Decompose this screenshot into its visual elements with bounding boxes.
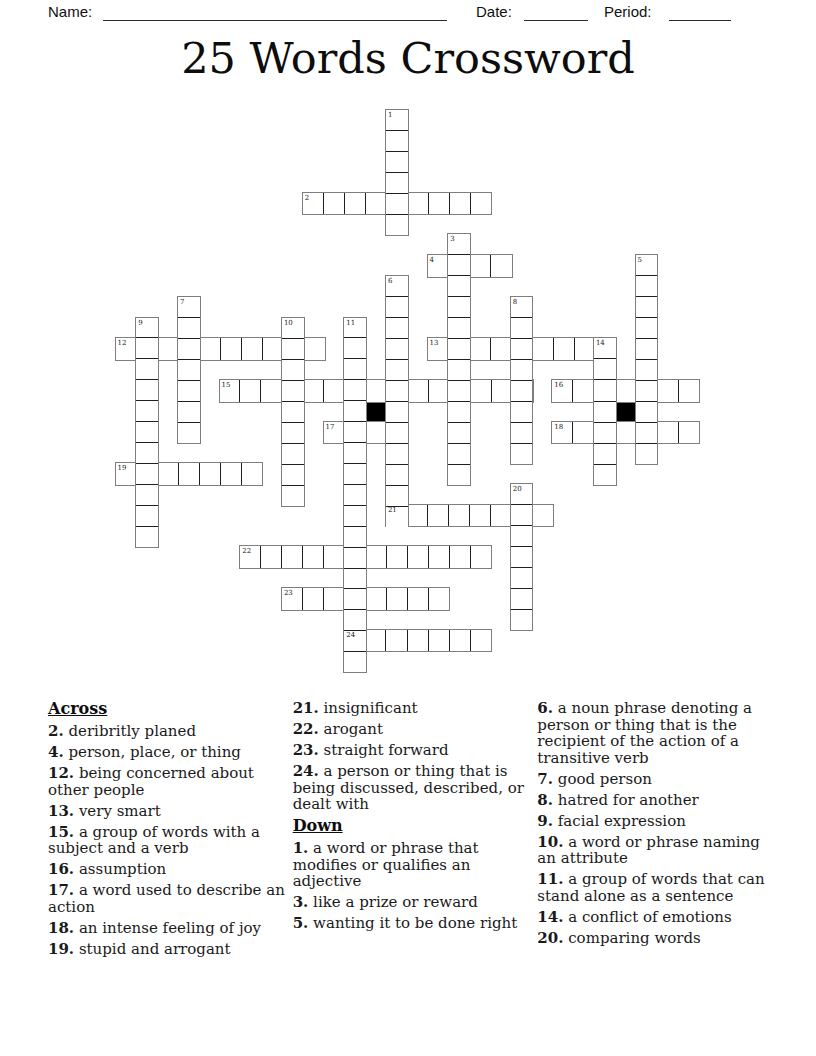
cell — [199, 463, 220, 485]
cell — [136, 379, 158, 400]
cell — [407, 630, 428, 652]
cell — [428, 380, 449, 402]
cell — [594, 464, 616, 485]
cell — [157, 338, 178, 360]
cell — [344, 337, 366, 358]
clue-number-label: 11. — [537, 870, 563, 888]
clue-12-across: 12. being concerned about other people — [48, 765, 286, 798]
clue-4-across: 4. person, place, or thing — [48, 744, 286, 761]
cell — [262, 338, 283, 360]
cell — [448, 380, 470, 401]
clue-number-label: 15. — [48, 823, 74, 841]
clue-number-label: 14. — [537, 908, 563, 926]
clue-2-across: 2. deribritly planed — [48, 723, 286, 740]
cell — [448, 443, 470, 464]
cell — [178, 338, 200, 359]
cell — [448, 254, 470, 275]
clue-number-8: 8 — [513, 299, 517, 306]
clue-number-label: 24. — [293, 762, 319, 780]
clue-9-down: 9. facial expression — [537, 813, 775, 830]
clue-number-label: 5. — [293, 914, 309, 932]
cell — [282, 338, 304, 359]
cell — [178, 401, 200, 422]
cell — [157, 463, 178, 485]
cell — [448, 359, 470, 380]
clue-number-label: 21. — [293, 699, 319, 717]
clue-number-24: 24 — [346, 632, 355, 639]
cell — [594, 443, 616, 464]
clue-5-down: 5. wanting it to be done right — [293, 915, 531, 932]
cell — [344, 421, 366, 442]
cell — [344, 379, 366, 400]
clue-number-5: 5 — [638, 257, 642, 264]
cell — [594, 379, 616, 400]
worksheet-page: Name: Date: Period: 25 Words Crossword 2… — [0, 0, 816, 1056]
cell — [282, 464, 304, 485]
clue-number-label: 9. — [537, 812, 553, 830]
cell — [636, 422, 658, 443]
cell — [448, 296, 470, 317]
cell — [594, 422, 616, 443]
cell — [260, 380, 281, 402]
cell — [386, 151, 408, 172]
cell — [470, 380, 491, 402]
clues-column-1: Across2. deribritly planed4. person, pla… — [48, 700, 286, 962]
black-cell — [615, 401, 637, 423]
cell — [302, 380, 323, 402]
clue-14-down: 14. a conflict of emotions — [537, 909, 775, 926]
cell — [220, 463, 241, 485]
cell — [615, 422, 636, 444]
clue-number-13: 13 — [430, 340, 439, 347]
clue-24-across: 24. a person or thing that is being disc… — [293, 763, 531, 813]
cell — [344, 400, 366, 421]
cell — [511, 443, 533, 464]
cell — [448, 422, 470, 443]
clue-number-18: 18 — [554, 424, 563, 431]
cell — [178, 380, 200, 401]
clue-number-19: 19 — [118, 465, 127, 472]
cell — [386, 317, 408, 338]
cell — [344, 358, 366, 379]
cell — [511, 401, 533, 422]
cell — [344, 442, 366, 463]
cell — [636, 359, 658, 380]
word-18-across — [551, 421, 700, 445]
cell — [386, 193, 408, 214]
cell — [470, 630, 491, 652]
cell — [449, 546, 470, 568]
cell — [365, 546, 386, 568]
cell — [427, 505, 448, 527]
cell — [574, 338, 595, 360]
word-15-across — [219, 379, 534, 403]
cell — [490, 255, 511, 277]
cell — [136, 358, 158, 379]
cell — [282, 359, 304, 380]
clue-number-label: 17. — [48, 881, 74, 899]
cell — [636, 401, 658, 422]
cell — [491, 380, 512, 402]
cell — [407, 588, 428, 610]
word-7-down — [177, 296, 201, 445]
cell — [470, 546, 491, 568]
cell — [636, 317, 658, 338]
clue-20-down: 20. comparing words — [537, 930, 775, 947]
clue-number-3: 3 — [450, 236, 454, 243]
cell — [136, 463, 158, 484]
clue-number-11: 11 — [346, 320, 355, 327]
cell — [511, 567, 533, 588]
clue-6-down: 6. a noun phrase denoting a person or th… — [537, 700, 775, 766]
cell — [511, 338, 533, 359]
clue-number-22: 22 — [242, 548, 251, 555]
cell — [344, 568, 366, 589]
cell — [511, 546, 533, 567]
cell — [302, 546, 323, 568]
clue-7-down: 7. good person — [537, 771, 775, 788]
cell — [448, 275, 470, 296]
cell — [386, 338, 408, 359]
cell — [490, 338, 511, 360]
cell — [282, 401, 304, 422]
clue-8-down: 8. hatred for another — [537, 792, 775, 809]
clue-16-across: 16. assumption — [48, 861, 286, 878]
cell — [636, 338, 658, 359]
cell — [199, 338, 220, 360]
cell — [406, 505, 427, 527]
cell — [386, 546, 407, 568]
cell — [344, 651, 366, 672]
cell — [365, 588, 386, 610]
clues-column-3: 6. a noun phrase denoting a person or th… — [537, 700, 775, 962]
cell — [136, 400, 158, 421]
cell — [678, 380, 699, 402]
word-8-down — [510, 296, 534, 465]
cell — [511, 380, 533, 401]
clue-number-label: 2. — [48, 722, 64, 740]
cell — [448, 317, 470, 338]
cell — [344, 484, 366, 505]
clue-number-label: 4. — [48, 743, 64, 761]
clue-15-across: 15. a group of words with a subject and … — [48, 824, 286, 857]
clue-number-label: 13. — [48, 802, 74, 820]
cell — [386, 485, 408, 506]
word-3-down — [447, 233, 471, 486]
cell — [532, 338, 553, 360]
cell — [386, 422, 408, 443]
cell — [678, 422, 699, 444]
cell — [281, 546, 302, 568]
cell — [449, 193, 470, 215]
cell — [136, 442, 158, 463]
cell — [428, 588, 449, 610]
clue-number-10: 10 — [284, 320, 293, 327]
across-header: Across — [48, 700, 286, 718]
clue-number-label: 10. — [537, 833, 563, 851]
word-20-down — [510, 483, 534, 632]
clue-number-label: 3. — [293, 893, 309, 911]
cell — [490, 505, 511, 527]
cell — [636, 443, 658, 464]
word-5-down — [635, 254, 659, 465]
clue-number-1: 1 — [388, 112, 392, 119]
cell — [323, 380, 344, 402]
cell — [636, 296, 658, 317]
cell — [386, 380, 408, 401]
clue-number-20: 20 — [513, 486, 522, 493]
clue-number-label: 18. — [48, 919, 74, 937]
clue-number-9: 9 — [138, 320, 142, 327]
clue-22-across: 22. arogant — [293, 721, 531, 738]
cell — [323, 546, 344, 568]
cell — [282, 422, 304, 443]
word-1-down — [385, 109, 409, 237]
cell — [448, 401, 470, 422]
cell — [407, 380, 428, 402]
word-10-down — [281, 317, 305, 507]
cell — [511, 588, 533, 609]
cell — [428, 630, 449, 652]
cell — [636, 275, 658, 296]
clue-11-down: 11. a group of words that can stand alon… — [537, 871, 775, 904]
cell — [511, 317, 533, 338]
cell — [282, 485, 304, 506]
clue-number-label: 19. — [48, 940, 74, 958]
black-cell — [365, 401, 387, 423]
cell — [344, 526, 366, 547]
cell — [282, 443, 304, 464]
cell — [469, 255, 490, 277]
cell — [448, 338, 470, 359]
cell — [365, 380, 386, 402]
cell — [572, 380, 593, 402]
clue-19-across: 19. stupid and arrogant — [48, 941, 286, 958]
cell — [594, 358, 616, 379]
clue-number-17: 17 — [326, 424, 335, 431]
clue-number-label: 7. — [537, 770, 553, 788]
cell — [572, 422, 593, 444]
cell — [511, 525, 533, 546]
cell — [386, 588, 407, 610]
cell — [428, 546, 449, 568]
cell — [386, 130, 408, 151]
cell — [344, 588, 366, 609]
cell — [386, 443, 408, 464]
cell — [260, 546, 281, 568]
cell — [428, 193, 449, 215]
clues-column-2: 21. insignificant22. arogant23. straight… — [293, 700, 531, 962]
clue-number-label: 22. — [293, 720, 319, 738]
cell — [323, 588, 344, 610]
clue-1-down: 1. a word or phrase that modifies or qua… — [293, 840, 531, 890]
cell — [386, 401, 408, 422]
cell — [407, 193, 428, 215]
cell — [511, 609, 533, 630]
cell — [449, 630, 470, 652]
cell — [407, 546, 428, 568]
cell — [239, 380, 260, 402]
cell — [220, 338, 241, 360]
cell — [178, 317, 200, 338]
clue-number-16: 16 — [554, 382, 563, 389]
clue-number-label: 6. — [537, 699, 553, 717]
clue-number-12: 12 — [118, 340, 127, 347]
clues-section: Across2. deribritly planed4. person, pla… — [48, 700, 775, 962]
word-14-down — [593, 337, 617, 486]
clue-number-15: 15 — [222, 382, 231, 389]
cell — [365, 193, 386, 215]
cell — [302, 588, 323, 610]
cell — [178, 359, 200, 380]
cell — [511, 359, 533, 380]
cell — [386, 214, 408, 235]
cell — [304, 338, 325, 360]
cell — [386, 464, 408, 485]
cell — [241, 463, 262, 485]
cell — [615, 380, 636, 402]
cell — [136, 505, 158, 526]
cell — [385, 630, 406, 652]
clue-13-across: 13. very smart — [48, 803, 286, 820]
down-header: Down — [293, 817, 531, 835]
cell — [178, 422, 200, 443]
clue-21-across: 21. insignificant — [293, 700, 531, 717]
word-16-across — [551, 379, 700, 403]
cell — [386, 359, 408, 380]
clue-number-label: 16. — [48, 860, 74, 878]
word-6-down — [385, 275, 409, 528]
word-9-down — [135, 317, 159, 549]
cell — [448, 464, 470, 485]
cell — [241, 338, 262, 360]
clue-10-down: 10. a word or phrase naming an attribute — [537, 834, 775, 867]
clue-number-2: 2 — [305, 195, 309, 202]
cell — [282, 380, 304, 401]
cell — [386, 172, 408, 193]
cell — [136, 526, 158, 547]
clue-number-21: 21 — [388, 507, 397, 514]
clue-number-14: 14 — [596, 340, 605, 347]
cell — [594, 401, 616, 422]
cell — [344, 463, 366, 484]
cell — [136, 337, 158, 358]
word-11-down — [343, 317, 367, 674]
cell — [344, 193, 365, 215]
crossword-grid: 241213151617181921222324135678910111420 — [0, 0, 816, 700]
cell — [386, 296, 408, 317]
cell — [365, 422, 386, 444]
clue-17-across: 17. a word used to describe an action — [48, 882, 286, 915]
clue-number-label: 20. — [537, 929, 563, 947]
cell — [136, 484, 158, 505]
cell — [364, 630, 385, 652]
cell — [532, 505, 553, 527]
cell — [553, 338, 574, 360]
clue-number-label: 8. — [537, 791, 553, 809]
clue-number-label: 12. — [48, 764, 74, 782]
cell — [657, 380, 678, 402]
cell — [448, 505, 469, 527]
cell — [323, 193, 344, 215]
clue-number-label: 1. — [293, 839, 309, 857]
clue-number-label: 23. — [293, 741, 319, 759]
cell — [511, 422, 533, 443]
clue-3-down: 3. like a prize or reward — [293, 894, 531, 911]
clue-number-23: 23 — [284, 590, 293, 597]
clue-number-4: 4 — [430, 257, 434, 264]
cell — [657, 422, 678, 444]
cell — [469, 338, 490, 360]
cell — [136, 421, 158, 442]
cell — [511, 504, 533, 525]
cell — [344, 547, 366, 568]
clue-number-7: 7 — [180, 299, 184, 306]
cell — [470, 193, 491, 215]
cell — [344, 609, 366, 630]
cell — [178, 463, 199, 485]
clue-number-6: 6 — [388, 278, 392, 285]
cell — [344, 505, 366, 526]
cell — [636, 380, 658, 401]
clue-23-across: 23. straight forward — [293, 742, 531, 759]
cell — [469, 505, 490, 527]
clue-18-across: 18. an intense feeling of joy — [48, 920, 286, 937]
